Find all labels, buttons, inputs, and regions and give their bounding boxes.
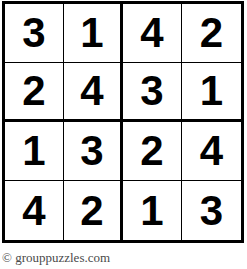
cell-r2c1: 2 <box>5 63 64 122</box>
cell-r4c1: 4 <box>5 181 64 240</box>
cell-r1c2: 1 <box>64 4 123 63</box>
cell-r4c4: 3 <box>182 181 241 240</box>
cell-r2c4: 1 <box>182 63 241 122</box>
cell-r3c2: 3 <box>64 122 123 181</box>
cell-r4c3: 1 <box>123 181 182 240</box>
cell-r4c2: 2 <box>64 181 123 240</box>
copyright-watermark: © grouppuzzles.com <box>2 250 110 266</box>
cell-r1c1: 3 <box>5 4 64 63</box>
cell-r2c2: 4 <box>64 63 123 122</box>
cell-r1c3: 4 <box>123 4 182 63</box>
cell-r3c3: 2 <box>123 122 182 181</box>
sudoku-board: 3 1 4 2 2 4 3 1 1 3 2 4 4 2 1 3 <box>2 1 244 243</box>
cell-r1c4: 2 <box>182 4 241 63</box>
cell-r3c1: 1 <box>5 122 64 181</box>
sudoku-puzzle-image: 3 1 4 2 2 4 3 1 1 3 2 4 4 2 1 3 © groupp… <box>0 0 247 269</box>
cell-r3c4: 4 <box>182 122 241 181</box>
cell-r2c3: 3 <box>123 63 182 122</box>
